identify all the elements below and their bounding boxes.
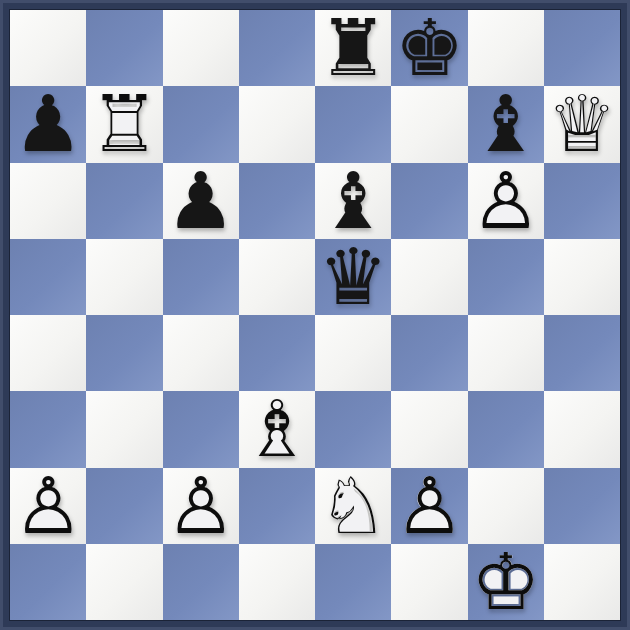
square-g2[interactable] bbox=[468, 468, 544, 544]
square-h3[interactable] bbox=[544, 391, 620, 467]
square-c3[interactable] bbox=[163, 391, 239, 467]
square-d1[interactable] bbox=[239, 544, 315, 620]
square-h7[interactable]: ♛♕ bbox=[544, 86, 620, 162]
white-pawn-g6[interactable]: ♟♙ bbox=[468, 163, 544, 239]
white-pawn-icon: ♙ bbox=[468, 163, 544, 239]
white-pawn-c2[interactable]: ♟♙ bbox=[163, 468, 239, 544]
square-g3[interactable] bbox=[468, 391, 544, 467]
white-pawn-icon: ♙ bbox=[391, 468, 467, 544]
square-b8[interactable] bbox=[86, 10, 162, 86]
black-pawn-a7[interactable]: ♟ bbox=[10, 86, 86, 162]
square-h8[interactable] bbox=[544, 10, 620, 86]
square-d3[interactable]: ♝♗ bbox=[239, 391, 315, 467]
square-f5[interactable] bbox=[391, 239, 467, 315]
square-h5[interactable] bbox=[544, 239, 620, 315]
square-b6[interactable] bbox=[86, 163, 162, 239]
square-f7[interactable] bbox=[391, 86, 467, 162]
square-e7[interactable] bbox=[315, 86, 391, 162]
square-c8[interactable] bbox=[163, 10, 239, 86]
square-c6[interactable]: ♟ bbox=[163, 163, 239, 239]
black-queen-icon: ♛ bbox=[315, 239, 391, 315]
white-pawn-f2[interactable]: ♟♙ bbox=[391, 468, 467, 544]
square-e6[interactable]: ♝ bbox=[315, 163, 391, 239]
board-frame: ♜♚♟♜♖♝♛♕♟♝♟♙♛♝♗♟♙♟♙♞♘♟♙♚♔ bbox=[0, 0, 630, 630]
square-a2[interactable]: ♟♙ bbox=[10, 468, 86, 544]
square-a5[interactable] bbox=[10, 239, 86, 315]
square-f3[interactable] bbox=[391, 391, 467, 467]
black-pawn-icon: ♟ bbox=[163, 163, 239, 239]
white-pawn-a2[interactable]: ♟♙ bbox=[10, 468, 86, 544]
square-a6[interactable] bbox=[10, 163, 86, 239]
square-h1[interactable] bbox=[544, 544, 620, 620]
square-b3[interactable] bbox=[86, 391, 162, 467]
square-b5[interactable] bbox=[86, 239, 162, 315]
white-king-g1[interactable]: ♚♔ bbox=[468, 544, 544, 620]
black-bishop-icon: ♝ bbox=[468, 86, 544, 162]
square-f6[interactable] bbox=[391, 163, 467, 239]
square-d4[interactable] bbox=[239, 315, 315, 391]
square-h2[interactable] bbox=[544, 468, 620, 544]
square-d6[interactable] bbox=[239, 163, 315, 239]
white-king-icon: ♔ bbox=[468, 544, 544, 620]
square-b1[interactable] bbox=[86, 544, 162, 620]
square-f2[interactable]: ♟♙ bbox=[391, 468, 467, 544]
square-d8[interactable] bbox=[239, 10, 315, 86]
square-d5[interactable] bbox=[239, 239, 315, 315]
square-g8[interactable] bbox=[468, 10, 544, 86]
white-rook-b7[interactable]: ♜♖ bbox=[86, 86, 162, 162]
square-c7[interactable] bbox=[163, 86, 239, 162]
square-d2[interactable] bbox=[239, 468, 315, 544]
square-e5[interactable]: ♛ bbox=[315, 239, 391, 315]
black-rook-icon: ♜ bbox=[315, 10, 391, 86]
black-bishop-icon: ♝ bbox=[315, 163, 391, 239]
square-e2[interactable]: ♞♘ bbox=[315, 468, 391, 544]
black-rook-e8[interactable]: ♜ bbox=[315, 10, 391, 86]
square-g7[interactable]: ♝ bbox=[468, 86, 544, 162]
square-c1[interactable] bbox=[163, 544, 239, 620]
black-king-icon: ♚ bbox=[391, 10, 467, 86]
square-e1[interactable] bbox=[315, 544, 391, 620]
square-b4[interactable] bbox=[86, 315, 162, 391]
square-h6[interactable] bbox=[544, 163, 620, 239]
black-bishop-g7[interactable]: ♝ bbox=[468, 86, 544, 162]
white-bishop-icon: ♗ bbox=[239, 391, 315, 467]
square-c2[interactable]: ♟♙ bbox=[163, 468, 239, 544]
square-g6[interactable]: ♟♙ bbox=[468, 163, 544, 239]
square-f4[interactable] bbox=[391, 315, 467, 391]
black-bishop-e6[interactable]: ♝ bbox=[315, 163, 391, 239]
square-b2[interactable] bbox=[86, 468, 162, 544]
square-c4[interactable] bbox=[163, 315, 239, 391]
black-pawn-c6[interactable]: ♟ bbox=[163, 163, 239, 239]
white-pawn-icon: ♙ bbox=[163, 468, 239, 544]
square-g5[interactable] bbox=[468, 239, 544, 315]
white-knight-e2[interactable]: ♞♘ bbox=[315, 468, 391, 544]
white-queen-h7[interactable]: ♛♕ bbox=[544, 86, 620, 162]
square-b7[interactable]: ♜♖ bbox=[86, 86, 162, 162]
square-a4[interactable] bbox=[10, 315, 86, 391]
square-g4[interactable] bbox=[468, 315, 544, 391]
square-g1[interactable]: ♚♔ bbox=[468, 544, 544, 620]
square-a8[interactable] bbox=[10, 10, 86, 86]
black-pawn-icon: ♟ bbox=[10, 86, 86, 162]
square-h4[interactable] bbox=[544, 315, 620, 391]
white-knight-icon: ♘ bbox=[315, 468, 391, 544]
white-bishop-d3[interactable]: ♝♗ bbox=[239, 391, 315, 467]
black-queen-e5[interactable]: ♛ bbox=[315, 239, 391, 315]
square-e8[interactable]: ♜ bbox=[315, 10, 391, 86]
black-king-f8[interactable]: ♚ bbox=[391, 10, 467, 86]
square-f8[interactable]: ♚ bbox=[391, 10, 467, 86]
square-f1[interactable] bbox=[391, 544, 467, 620]
square-e4[interactable] bbox=[315, 315, 391, 391]
square-e3[interactable] bbox=[315, 391, 391, 467]
square-a7[interactable]: ♟ bbox=[10, 86, 86, 162]
square-a3[interactable] bbox=[10, 391, 86, 467]
square-a1[interactable] bbox=[10, 544, 86, 620]
white-queen-icon: ♕ bbox=[544, 86, 620, 162]
chess-board: ♜♚♟♜♖♝♛♕♟♝♟♙♛♝♗♟♙♟♙♞♘♟♙♚♔ bbox=[10, 10, 620, 620]
white-rook-icon: ♖ bbox=[86, 86, 162, 162]
square-c5[interactable] bbox=[163, 239, 239, 315]
square-d7[interactable] bbox=[239, 86, 315, 162]
white-pawn-icon: ♙ bbox=[10, 468, 86, 544]
